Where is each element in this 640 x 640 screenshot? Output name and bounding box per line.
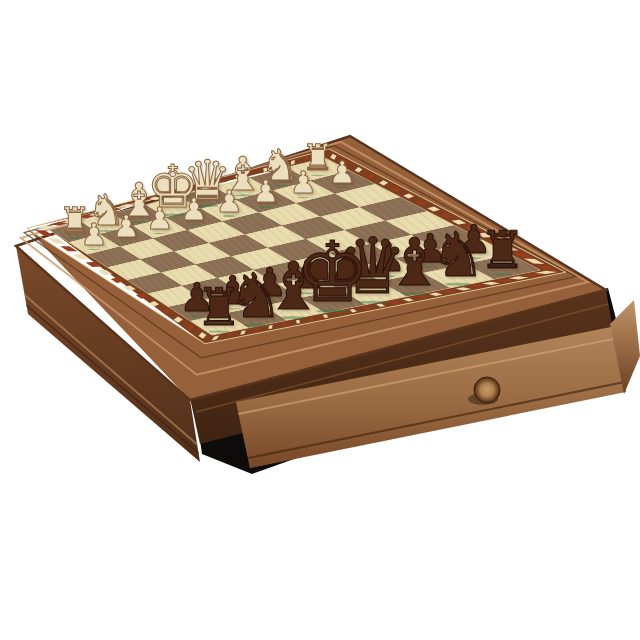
mosaic-dot	[296, 320, 300, 324]
chess-set-photo: ♜♞♟♝♟♛♟♚♟♝♟♞♟♜♟♟♟♟♜♟♞♟♝♟♛♟♚♟♝♟♞♜	[0, 0, 640, 640]
chess-box-and-drawer	[0, 0, 640, 640]
mosaic-dot	[283, 322, 286, 326]
drawer-knob	[474, 377, 500, 403]
